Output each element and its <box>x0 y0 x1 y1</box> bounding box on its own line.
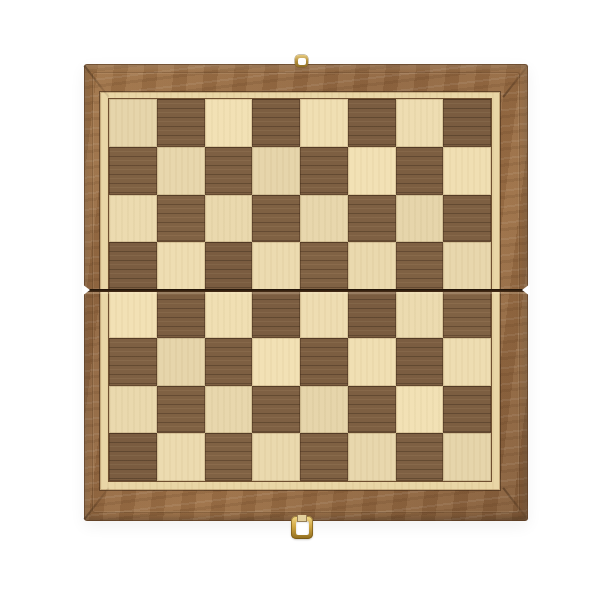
square-b4 <box>157 290 205 338</box>
square-c5 <box>205 242 253 290</box>
square-g6 <box>396 195 444 243</box>
square-h3 <box>443 338 491 386</box>
square-e6 <box>300 195 348 243</box>
square-a1 <box>109 433 157 481</box>
square-f2 <box>348 386 396 434</box>
square-d1 <box>252 433 300 481</box>
square-f1 <box>348 433 396 481</box>
square-c4 <box>205 290 253 338</box>
square-g3 <box>396 338 444 386</box>
square-d2 <box>252 386 300 434</box>
square-c6 <box>205 195 253 243</box>
square-d7 <box>252 147 300 195</box>
mitre-seam-bottom-right <box>502 487 528 520</box>
square-h8 <box>443 99 491 147</box>
square-b8 <box>157 99 205 147</box>
clasp-loop-hole <box>298 58 306 65</box>
square-d8 <box>252 99 300 147</box>
square-b5 <box>157 242 205 290</box>
product-photo <box>0 0 600 600</box>
square-f3 <box>348 338 396 386</box>
square-h1 <box>443 433 491 481</box>
square-f8 <box>348 99 396 147</box>
square-d3 <box>252 338 300 386</box>
square-f5 <box>348 242 396 290</box>
square-h6 <box>443 195 491 243</box>
latch-loop-icon <box>291 516 313 539</box>
square-g5 <box>396 242 444 290</box>
hinge-seam <box>83 289 529 292</box>
square-c8 <box>205 99 253 147</box>
hinge-notch-right <box>522 284 530 296</box>
square-a3 <box>109 338 157 386</box>
square-c1 <box>205 433 253 481</box>
square-e2 <box>300 386 348 434</box>
chess-box <box>84 64 528 521</box>
square-e4 <box>300 290 348 338</box>
latch-loop-hole <box>296 521 309 535</box>
square-e7 <box>300 147 348 195</box>
square-a7 <box>109 147 157 195</box>
square-e1 <box>300 433 348 481</box>
square-a4 <box>109 290 157 338</box>
square-c7 <box>205 147 253 195</box>
square-a2 <box>109 386 157 434</box>
latch-catch <box>297 515 307 522</box>
square-b3 <box>157 338 205 386</box>
clasp-loop-icon <box>295 55 308 67</box>
square-h4 <box>443 290 491 338</box>
square-g8 <box>396 99 444 147</box>
square-d4 <box>252 290 300 338</box>
mitre-seam-top-right <box>502 65 528 98</box>
square-h5 <box>443 242 491 290</box>
square-f7 <box>348 147 396 195</box>
mitre-seam-bottom-left <box>83 487 109 520</box>
square-h2 <box>443 386 491 434</box>
square-g7 <box>396 147 444 195</box>
square-g2 <box>396 386 444 434</box>
square-e8 <box>300 99 348 147</box>
square-h7 <box>443 147 491 195</box>
square-c2 <box>205 386 253 434</box>
square-f4 <box>348 290 396 338</box>
square-a5 <box>109 242 157 290</box>
mitre-seam-top-left <box>83 65 109 98</box>
square-a8 <box>109 99 157 147</box>
square-b1 <box>157 433 205 481</box>
square-b6 <box>157 195 205 243</box>
square-e5 <box>300 242 348 290</box>
square-g1 <box>396 433 444 481</box>
square-d6 <box>252 195 300 243</box>
square-d5 <box>252 242 300 290</box>
square-f6 <box>348 195 396 243</box>
square-b2 <box>157 386 205 434</box>
square-c3 <box>205 338 253 386</box>
square-g4 <box>396 290 444 338</box>
square-b7 <box>157 147 205 195</box>
hinge-notch-left <box>82 284 90 296</box>
square-e3 <box>300 338 348 386</box>
square-a6 <box>109 195 157 243</box>
